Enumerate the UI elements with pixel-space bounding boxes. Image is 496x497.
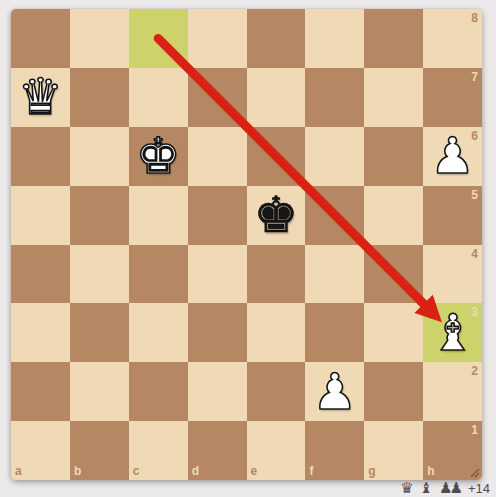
white-king[interactable]: ♚	[129, 127, 188, 186]
square-b2[interactable]	[70, 362, 129, 421]
square-b5[interactable]	[70, 186, 129, 245]
square-g7[interactable]	[364, 68, 423, 127]
queen-icon: ♛	[400, 481, 413, 496]
square-c4[interactable]	[129, 245, 188, 304]
pawn-icon: ♟	[449, 481, 462, 496]
square-c6[interactable]: ♚	[129, 127, 188, 186]
square-e4[interactable]	[247, 245, 306, 304]
square-h8[interactable]: 8	[423, 9, 482, 68]
board-grid: 8♛7♚6♟♚543♝♟2abcdefg1h	[11, 9, 482, 480]
square-d1[interactable]: d	[188, 421, 247, 480]
square-f6[interactable]	[305, 127, 364, 186]
material-advantage-bar: ♛♝♟♟+14	[400, 480, 490, 497]
white-pawn[interactable]: ♟	[305, 362, 364, 421]
file-label-c: c	[133, 465, 140, 477]
square-d5[interactable]	[188, 186, 247, 245]
file-label-f: f	[309, 465, 313, 477]
square-g5[interactable]	[364, 186, 423, 245]
square-e8[interactable]	[247, 9, 306, 68]
material-score: +14	[468, 482, 490, 495]
square-d6[interactable]	[188, 127, 247, 186]
square-h7[interactable]: 7	[423, 68, 482, 127]
square-a7[interactable]: ♛	[11, 68, 70, 127]
black-king[interactable]: ♚	[247, 186, 306, 245]
square-h4[interactable]: 4	[423, 245, 482, 304]
rank-label-2: 2	[471, 365, 478, 377]
square-d4[interactable]	[188, 245, 247, 304]
square-c8[interactable]	[129, 9, 188, 68]
square-a8[interactable]	[11, 9, 70, 68]
square-f3[interactable]	[305, 303, 364, 362]
square-a2[interactable]	[11, 362, 70, 421]
square-g2[interactable]	[364, 362, 423, 421]
square-e7[interactable]	[247, 68, 306, 127]
white-queen[interactable]: ♛	[11, 68, 70, 127]
white-bishop[interactable]: ♝	[423, 303, 482, 362]
white-pawn[interactable]: ♟	[423, 127, 482, 186]
bishop-icon: ♝	[420, 481, 433, 496]
square-e3[interactable]	[247, 303, 306, 362]
square-f7[interactable]	[305, 68, 364, 127]
rank-label-7: 7	[471, 71, 478, 83]
square-a6[interactable]	[11, 127, 70, 186]
square-h3[interactable]: 3♝	[423, 303, 482, 362]
square-f1[interactable]: f	[305, 421, 364, 480]
rank-label-5: 5	[471, 189, 478, 201]
file-label-e: e	[251, 465, 258, 477]
square-e2[interactable]	[247, 362, 306, 421]
page: 8♛7♚6♟♚543♝♟2abcdefg1h ♛♝♟♟+14	[0, 0, 496, 497]
square-c7[interactable]	[129, 68, 188, 127]
square-g6[interactable]	[364, 127, 423, 186]
square-f2[interactable]: ♟	[305, 362, 364, 421]
square-e5[interactable]: ♚	[247, 186, 306, 245]
square-a3[interactable]	[11, 303, 70, 362]
square-b4[interactable]	[70, 245, 129, 304]
square-d3[interactable]	[188, 303, 247, 362]
square-b1[interactable]: b	[70, 421, 129, 480]
square-e6[interactable]	[247, 127, 306, 186]
square-h2[interactable]: 2	[423, 362, 482, 421]
square-f5[interactable]	[305, 186, 364, 245]
square-f4[interactable]	[305, 245, 364, 304]
square-d2[interactable]	[188, 362, 247, 421]
square-a1[interactable]: a	[11, 421, 70, 480]
square-g8[interactable]	[364, 9, 423, 68]
square-d7[interactable]	[188, 68, 247, 127]
file-label-h: h	[427, 465, 434, 477]
square-a4[interactable]	[11, 245, 70, 304]
square-d8[interactable]	[188, 9, 247, 68]
square-h5[interactable]: 5	[423, 186, 482, 245]
rank-label-4: 4	[471, 248, 478, 260]
square-a5[interactable]	[11, 186, 70, 245]
chess-board: 8♛7♚6♟♚543♝♟2abcdefg1h	[11, 9, 482, 480]
square-c3[interactable]	[129, 303, 188, 362]
square-g1[interactable]: g	[364, 421, 423, 480]
square-b8[interactable]	[70, 9, 129, 68]
square-f8[interactable]	[305, 9, 364, 68]
square-c2[interactable]	[129, 362, 188, 421]
file-label-d: d	[192, 465, 199, 477]
square-c1[interactable]: c	[129, 421, 188, 480]
square-b7[interactable]	[70, 68, 129, 127]
square-e1[interactable]: e	[247, 421, 306, 480]
square-b3[interactable]	[70, 303, 129, 362]
square-b6[interactable]	[70, 127, 129, 186]
rank-label-8: 8	[471, 12, 478, 24]
rank-label-1: 1	[471, 424, 478, 436]
square-g4[interactable]	[364, 245, 423, 304]
square-g3[interactable]	[364, 303, 423, 362]
file-label-b: b	[74, 465, 81, 477]
file-label-g: g	[368, 465, 375, 477]
file-label-a: a	[15, 465, 22, 477]
board-resize-handle[interactable]	[468, 466, 480, 478]
square-h6[interactable]: 6♟	[423, 127, 482, 186]
square-c5[interactable]	[129, 186, 188, 245]
